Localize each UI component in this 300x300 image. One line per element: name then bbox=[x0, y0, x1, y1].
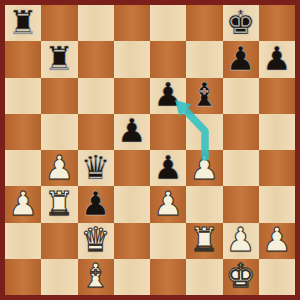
piece-black-pawn[interactable]: ♟ bbox=[262, 42, 292, 75]
piece-white-rook[interactable]: ♜ bbox=[45, 187, 75, 220]
square-h5[interactable] bbox=[259, 114, 295, 150]
square-b2[interactable] bbox=[41, 223, 77, 259]
piece-black-pawn[interactable]: ♟ bbox=[81, 187, 111, 220]
square-a8[interactable]: ♜ bbox=[5, 5, 41, 41]
square-b3[interactable]: ♜ bbox=[41, 186, 77, 222]
piece-white-pawn[interactable]: ♟ bbox=[45, 151, 75, 184]
square-f5[interactable] bbox=[186, 114, 222, 150]
square-b7[interactable]: ♜ bbox=[41, 41, 77, 77]
piece-white-bishop[interactable]: ♝ bbox=[81, 259, 111, 292]
square-c7[interactable] bbox=[78, 41, 114, 77]
piece-white-pawn[interactable]: ♟ bbox=[190, 151, 220, 184]
piece-white-queen[interactable]: ♛ bbox=[81, 223, 111, 256]
square-b1[interactable] bbox=[41, 259, 77, 295]
square-e1[interactable] bbox=[150, 259, 186, 295]
square-g7[interactable]: ♟ bbox=[223, 41, 259, 77]
board-grid: ♜♚♜♟♟♟♝♟♟♛♟♟♟♜♟♟♛♜♟♟♝♚ bbox=[5, 5, 295, 295]
piece-black-queen[interactable]: ♛ bbox=[81, 151, 111, 184]
square-a2[interactable] bbox=[5, 223, 41, 259]
square-c2[interactable]: ♛ bbox=[78, 223, 114, 259]
square-f6[interactable]: ♝ bbox=[186, 78, 222, 114]
square-d8[interactable] bbox=[114, 5, 150, 41]
square-a5[interactable] bbox=[5, 114, 41, 150]
piece-white-pawn[interactable]: ♟ bbox=[8, 187, 38, 220]
square-d7[interactable] bbox=[114, 41, 150, 77]
square-h3[interactable] bbox=[259, 186, 295, 222]
square-h6[interactable] bbox=[259, 78, 295, 114]
square-b4[interactable]: ♟ bbox=[41, 150, 77, 186]
square-g6[interactable] bbox=[223, 78, 259, 114]
piece-white-pawn[interactable]: ♟ bbox=[226, 223, 256, 256]
square-g3[interactable] bbox=[223, 186, 259, 222]
square-g5[interactable] bbox=[223, 114, 259, 150]
piece-black-king[interactable]: ♚ bbox=[226, 6, 256, 39]
piece-white-king[interactable]: ♚ bbox=[226, 259, 256, 292]
square-c1[interactable]: ♝ bbox=[78, 259, 114, 295]
square-e3[interactable]: ♟ bbox=[150, 186, 186, 222]
square-f1[interactable] bbox=[186, 259, 222, 295]
square-c3[interactable]: ♟ bbox=[78, 186, 114, 222]
square-e8[interactable] bbox=[150, 5, 186, 41]
square-a3[interactable]: ♟ bbox=[5, 186, 41, 222]
square-f7[interactable] bbox=[186, 41, 222, 77]
square-b6[interactable] bbox=[41, 78, 77, 114]
square-h7[interactable]: ♟ bbox=[259, 41, 295, 77]
square-b5[interactable] bbox=[41, 114, 77, 150]
square-c4[interactable]: ♛ bbox=[78, 150, 114, 186]
piece-black-pawn[interactable]: ♟ bbox=[117, 114, 147, 147]
square-d5[interactable]: ♟ bbox=[114, 114, 150, 150]
square-f2[interactable]: ♜ bbox=[186, 223, 222, 259]
chess-board: ♜♚♜♟♟♟♝♟♟♛♟♟♟♜♟♟♛♜♟♟♝♚ bbox=[0, 0, 300, 300]
piece-white-rook[interactable]: ♜ bbox=[190, 223, 220, 256]
piece-black-rook[interactable]: ♜ bbox=[8, 6, 38, 39]
square-g4[interactable] bbox=[223, 150, 259, 186]
square-g8[interactable]: ♚ bbox=[223, 5, 259, 41]
square-e4[interactable]: ♟ bbox=[150, 150, 186, 186]
square-f4[interactable]: ♟ bbox=[186, 150, 222, 186]
square-d1[interactable] bbox=[114, 259, 150, 295]
square-e5[interactable] bbox=[150, 114, 186, 150]
square-g2[interactable]: ♟ bbox=[223, 223, 259, 259]
square-e6[interactable]: ♟ bbox=[150, 78, 186, 114]
square-h1[interactable] bbox=[259, 259, 295, 295]
square-d2[interactable] bbox=[114, 223, 150, 259]
square-g1[interactable]: ♚ bbox=[223, 259, 259, 295]
square-d4[interactable] bbox=[114, 150, 150, 186]
square-e2[interactable] bbox=[150, 223, 186, 259]
square-d6[interactable] bbox=[114, 78, 150, 114]
piece-black-bishop[interactable]: ♝ bbox=[190, 78, 220, 111]
square-h8[interactable] bbox=[259, 5, 295, 41]
square-c6[interactable] bbox=[78, 78, 114, 114]
square-f3[interactable] bbox=[186, 186, 222, 222]
square-a4[interactable] bbox=[5, 150, 41, 186]
piece-white-pawn[interactable]: ♟ bbox=[262, 223, 292, 256]
square-b8[interactable] bbox=[41, 5, 77, 41]
square-e7[interactable] bbox=[150, 41, 186, 77]
square-h4[interactable] bbox=[259, 150, 295, 186]
square-a6[interactable] bbox=[5, 78, 41, 114]
piece-black-rook[interactable]: ♜ bbox=[45, 42, 75, 75]
square-f8[interactable] bbox=[186, 5, 222, 41]
square-h2[interactable]: ♟ bbox=[259, 223, 295, 259]
piece-black-pawn[interactable]: ♟ bbox=[153, 78, 183, 111]
square-d3[interactable] bbox=[114, 186, 150, 222]
square-c5[interactable] bbox=[78, 114, 114, 150]
square-a1[interactable] bbox=[5, 259, 41, 295]
square-a7[interactable] bbox=[5, 41, 41, 77]
piece-white-pawn[interactable]: ♟ bbox=[153, 187, 183, 220]
square-c8[interactable] bbox=[78, 5, 114, 41]
piece-black-pawn[interactable]: ♟ bbox=[226, 42, 256, 75]
piece-black-pawn[interactable]: ♟ bbox=[153, 151, 183, 184]
